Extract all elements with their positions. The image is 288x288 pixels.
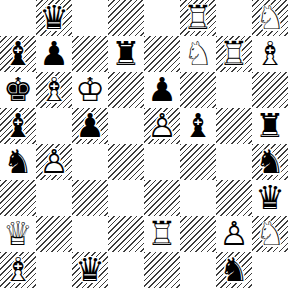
piece-wr-e2: ♜♖ [144,216,180,252]
piece-ink-layer: ♙ [144,108,180,144]
piece-bn-h4: ♞♞ [252,144,288,180]
square-e5[interactable]: ♟♙ [144,108,180,144]
square-g1[interactable]: ♞♞ [216,252,252,288]
piece-ink-layer: ♙ [216,216,252,252]
square-f5[interactable]: ♝♝ [180,108,216,144]
square-h3[interactable]: ♛♛ [252,180,288,216]
square-d3[interactable] [108,180,144,216]
piece-ink-layer: ♖ [180,0,216,36]
square-a6[interactable]: ♚♚ [0,72,36,108]
piece-wp-b4: ♟♙ [36,144,72,180]
square-b2[interactable] [36,216,72,252]
piece-ink-layer: ♝ [0,108,36,144]
square-c7[interactable] [72,36,108,72]
square-g5[interactable] [216,108,252,144]
square-e4[interactable] [144,144,180,180]
piece-ink-layer: ♜ [108,36,144,72]
square-h6[interactable] [252,72,288,108]
square-g3[interactable] [216,180,252,216]
square-h5[interactable]: ♜♜ [252,108,288,144]
square-a1[interactable]: ♝♗ [0,252,36,288]
piece-bq-h3: ♛♛ [252,180,288,216]
square-f6[interactable] [180,72,216,108]
piece-ink-layer: ♗ [0,252,36,288]
piece-ink-layer: ♟ [72,108,108,144]
piece-ink-layer: ♘ [252,0,288,36]
piece-wn-h8: ♞♘ [252,0,288,36]
piece-wb-h7: ♝♗ [252,36,288,72]
square-e8[interactable] [144,0,180,36]
piece-ink-layer: ♛ [72,252,108,288]
piece-ink-layer: ♗ [252,36,288,72]
square-h7[interactable]: ♝♗ [252,36,288,72]
piece-ink-layer: ♞ [216,252,252,288]
square-e3[interactable] [144,180,180,216]
square-e1[interactable] [144,252,180,288]
piece-bq-b8: ♛♛ [36,0,72,36]
square-h2[interactable]: ♞♘ [252,216,288,252]
piece-ink-layer: ♟ [144,72,180,108]
square-a8[interactable] [0,0,36,36]
square-g4[interactable] [216,144,252,180]
square-f7[interactable]: ♞♘ [180,36,216,72]
piece-bb-a7: ♝♝ [0,36,36,72]
square-b5[interactable] [36,108,72,144]
square-d6[interactable] [108,72,144,108]
square-f4[interactable] [180,144,216,180]
square-b6[interactable]: ♝♗ [36,72,72,108]
piece-ink-layer: ♕ [0,216,36,252]
piece-bn-g1: ♞♞ [216,252,252,288]
square-c5[interactable]: ♟♟ [72,108,108,144]
piece-wn-h2: ♞♘ [252,216,288,252]
piece-wk-c6: ♚♔ [72,72,108,108]
square-d4[interactable] [108,144,144,180]
square-a4[interactable]: ♞♞ [0,144,36,180]
square-a3[interactable] [0,180,36,216]
square-c4[interactable] [72,144,108,180]
square-g2[interactable]: ♟♙ [216,216,252,252]
square-d2[interactable] [108,216,144,252]
square-e2[interactable]: ♜♖ [144,216,180,252]
square-b1[interactable] [36,252,72,288]
piece-wp-e5: ♟♙ [144,108,180,144]
square-b4[interactable]: ♟♙ [36,144,72,180]
square-f3[interactable] [180,180,216,216]
piece-wr-f8: ♜♖ [180,0,216,36]
square-e6[interactable]: ♟♟ [144,72,180,108]
piece-ink-layer: ♝ [0,36,36,72]
piece-br-d7: ♜♜ [108,36,144,72]
piece-bp-b7: ♟♟ [36,36,72,72]
piece-ink-layer: ♛ [36,0,72,36]
square-a5[interactable]: ♝♝ [0,108,36,144]
square-c6[interactable]: ♚♔ [72,72,108,108]
piece-bq-c1: ♛♛ [72,252,108,288]
piece-ink-layer: ♟ [36,36,72,72]
chess-board: ♛♛♜♖♞♘♝♝♟♟♜♜♞♘♜♖♝♗♚♚♝♗♚♔♟♟♝♝♟♟♟♙♝♝♜♜♞♞♟♙… [0,0,288,288]
square-f2[interactable] [180,216,216,252]
square-h4[interactable]: ♞♞ [252,144,288,180]
piece-ink-layer: ♗ [36,72,72,108]
piece-wq-a2: ♛♕ [0,216,36,252]
piece-bp-c5: ♟♟ [72,108,108,144]
piece-ink-layer: ♛ [252,180,288,216]
square-c8[interactable] [72,0,108,36]
piece-bn-a4: ♞♞ [0,144,36,180]
chess-diagram: ♛♛♜♖♞♘♝♝♟♟♜♜♞♘♜♖♝♗♚♚♝♗♚♔♟♟♝♝♟♟♟♙♝♝♜♜♞♞♟♙… [0,0,288,288]
square-c2[interactable] [72,216,108,252]
square-b7[interactable]: ♟♟ [36,36,72,72]
square-b3[interactable] [36,180,72,216]
piece-bk-a6: ♚♚ [0,72,36,108]
piece-wr-g7: ♜♖ [216,36,252,72]
piece-wb-b6: ♝♗ [36,72,72,108]
square-g7[interactable]: ♜♖ [216,36,252,72]
square-f8[interactable]: ♜♖ [180,0,216,36]
square-a2[interactable]: ♛♕ [0,216,36,252]
piece-ink-layer: ♔ [72,72,108,108]
piece-ink-layer: ♘ [252,216,288,252]
piece-br-h5: ♜♜ [252,108,288,144]
square-g8[interactable] [216,0,252,36]
square-d1[interactable] [108,252,144,288]
square-f1[interactable] [180,252,216,288]
piece-bp-e6: ♟♟ [144,72,180,108]
piece-ink-layer: ♖ [216,36,252,72]
piece-wn-f7: ♞♘ [180,36,216,72]
square-d8[interactable] [108,0,144,36]
piece-ink-layer: ♝ [180,108,216,144]
square-g6[interactable] [216,72,252,108]
square-a7[interactable]: ♝♝ [0,36,36,72]
piece-ink-layer: ♞ [0,144,36,180]
piece-ink-layer: ♘ [180,36,216,72]
square-c3[interactable] [72,180,108,216]
piece-bb-f5: ♝♝ [180,108,216,144]
square-d7[interactable]: ♜♜ [108,36,144,72]
piece-ink-layer: ♞ [252,144,288,180]
piece-ink-layer: ♖ [144,216,180,252]
piece-ink-layer: ♜ [252,108,288,144]
piece-wp-g2: ♟♙ [216,216,252,252]
square-d5[interactable] [108,108,144,144]
square-h1[interactable] [252,252,288,288]
square-e7[interactable] [144,36,180,72]
square-c1[interactable]: ♛♛ [72,252,108,288]
square-h8[interactable]: ♞♘ [252,0,288,36]
square-b8[interactable]: ♛♛ [36,0,72,36]
piece-ink-layer: ♙ [36,144,72,180]
piece-wb-a1: ♝♗ [0,252,36,288]
piece-ink-layer: ♚ [0,72,36,108]
piece-bb-a5: ♝♝ [0,108,36,144]
